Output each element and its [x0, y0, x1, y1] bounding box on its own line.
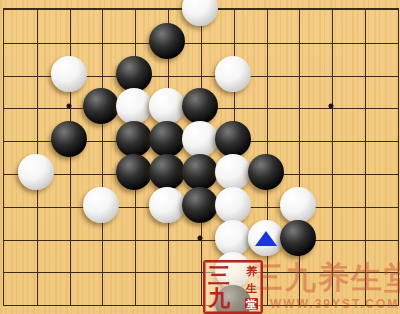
- board-cell[interactable]: [365, 207, 398, 240]
- watermark-url-text: www.39yst.com: [270, 297, 399, 311]
- board-cell[interactable]: [37, 272, 70, 305]
- board-cell[interactable]: [135, 240, 168, 273]
- board-cell[interactable]: [70, 272, 103, 305]
- board-cell[interactable]: [37, 10, 70, 43]
- black-stone: [116, 56, 152, 92]
- board-cell[interactable]: [70, 10, 103, 43]
- board-cell[interactable]: [365, 174, 398, 207]
- star-point: [329, 104, 334, 109]
- seal-char-san: 三: [208, 265, 230, 287]
- board-cell[interactable]: [299, 76, 332, 109]
- white-stone: [116, 88, 152, 124]
- board-cell[interactable]: [299, 141, 332, 174]
- board-cell[interactable]: [37, 240, 70, 273]
- black-stone: [116, 154, 152, 190]
- board-cell[interactable]: [365, 108, 398, 141]
- board-cell[interactable]: [4, 207, 37, 240]
- white-stone-last-move: [248, 220, 284, 256]
- board-cell[interactable]: [365, 43, 398, 76]
- white-stone: [215, 220, 251, 256]
- board-cell[interactable]: [234, 10, 267, 43]
- black-stone: [182, 187, 218, 223]
- white-stone: [18, 154, 54, 190]
- white-stone: [182, 121, 218, 157]
- seal-char-tang: 堂: [245, 298, 258, 310]
- watermark-brand-text: 三九养生堂: [252, 260, 400, 296]
- board-cell[interactable]: [365, 141, 398, 174]
- board-cell[interactable]: [168, 240, 201, 273]
- board-cell[interactable]: [102, 272, 135, 305]
- black-stone: [280, 220, 316, 256]
- black-stone: [149, 121, 185, 157]
- board-cell[interactable]: [102, 10, 135, 43]
- black-stone: [215, 121, 251, 157]
- board-cell[interactable]: [168, 272, 201, 305]
- board-cell[interactable]: [267, 10, 300, 43]
- watermark-seal: 三 九 养 生 堂: [203, 260, 263, 314]
- board-cell[interactable]: [332, 10, 365, 43]
- board-cell[interactable]: [4, 272, 37, 305]
- board-cell[interactable]: [4, 76, 37, 109]
- star-point: [197, 235, 202, 240]
- white-stone: [215, 154, 251, 190]
- blue-triangle-marker-icon: [255, 231, 277, 246]
- white-stone: [149, 88, 185, 124]
- white-stone: [280, 187, 316, 223]
- board-cell[interactable]: [267, 76, 300, 109]
- white-stone: [51, 56, 87, 92]
- board-cell[interactable]: [365, 76, 398, 109]
- black-stone: [182, 154, 218, 190]
- board-cell[interactable]: [332, 76, 365, 109]
- goban[interactable]: 三 九 养 生 堂 三九养生堂 www.39yst.com: [0, 0, 400, 314]
- board-cell[interactable]: [332, 43, 365, 76]
- black-stone: [51, 121, 87, 157]
- board-cell[interactable]: [332, 108, 365, 141]
- board-cell[interactable]: [4, 43, 37, 76]
- white-stone: [215, 56, 251, 92]
- board-cell[interactable]: [4, 240, 37, 273]
- board-cell[interactable]: [332, 207, 365, 240]
- board-cell[interactable]: [267, 108, 300, 141]
- board-cell[interactable]: [332, 174, 365, 207]
- black-stone: [149, 23, 185, 59]
- seal-char-jiu: 九: [208, 288, 230, 310]
- board-cell[interactable]: [37, 207, 70, 240]
- star-point: [66, 104, 71, 109]
- board-cell[interactable]: [267, 43, 300, 76]
- board-cell[interactable]: [365, 10, 398, 43]
- black-stone: [83, 88, 119, 124]
- black-stone: [116, 121, 152, 157]
- board-cell[interactable]: [299, 108, 332, 141]
- board-cell[interactable]: [299, 10, 332, 43]
- white-stone: [83, 187, 119, 223]
- board-cell[interactable]: [332, 141, 365, 174]
- board-cell[interactable]: [4, 10, 37, 43]
- white-stone: [215, 187, 251, 223]
- black-stone: [149, 154, 185, 190]
- watermark-seal-side: 养 生 堂: [245, 264, 258, 310]
- board-cell[interactable]: [299, 43, 332, 76]
- black-stone: [182, 88, 218, 124]
- seal-char-yang: 养: [246, 265, 257, 277]
- board-cell[interactable]: [70, 240, 103, 273]
- seal-char-sheng: 生: [246, 282, 257, 294]
- white-stone: [149, 187, 185, 223]
- board-cell[interactable]: [4, 108, 37, 141]
- board-cell[interactable]: [135, 272, 168, 305]
- watermark-seal-main: 三 九: [208, 264, 230, 310]
- black-stone: [248, 154, 284, 190]
- board-cell[interactable]: [102, 240, 135, 273]
